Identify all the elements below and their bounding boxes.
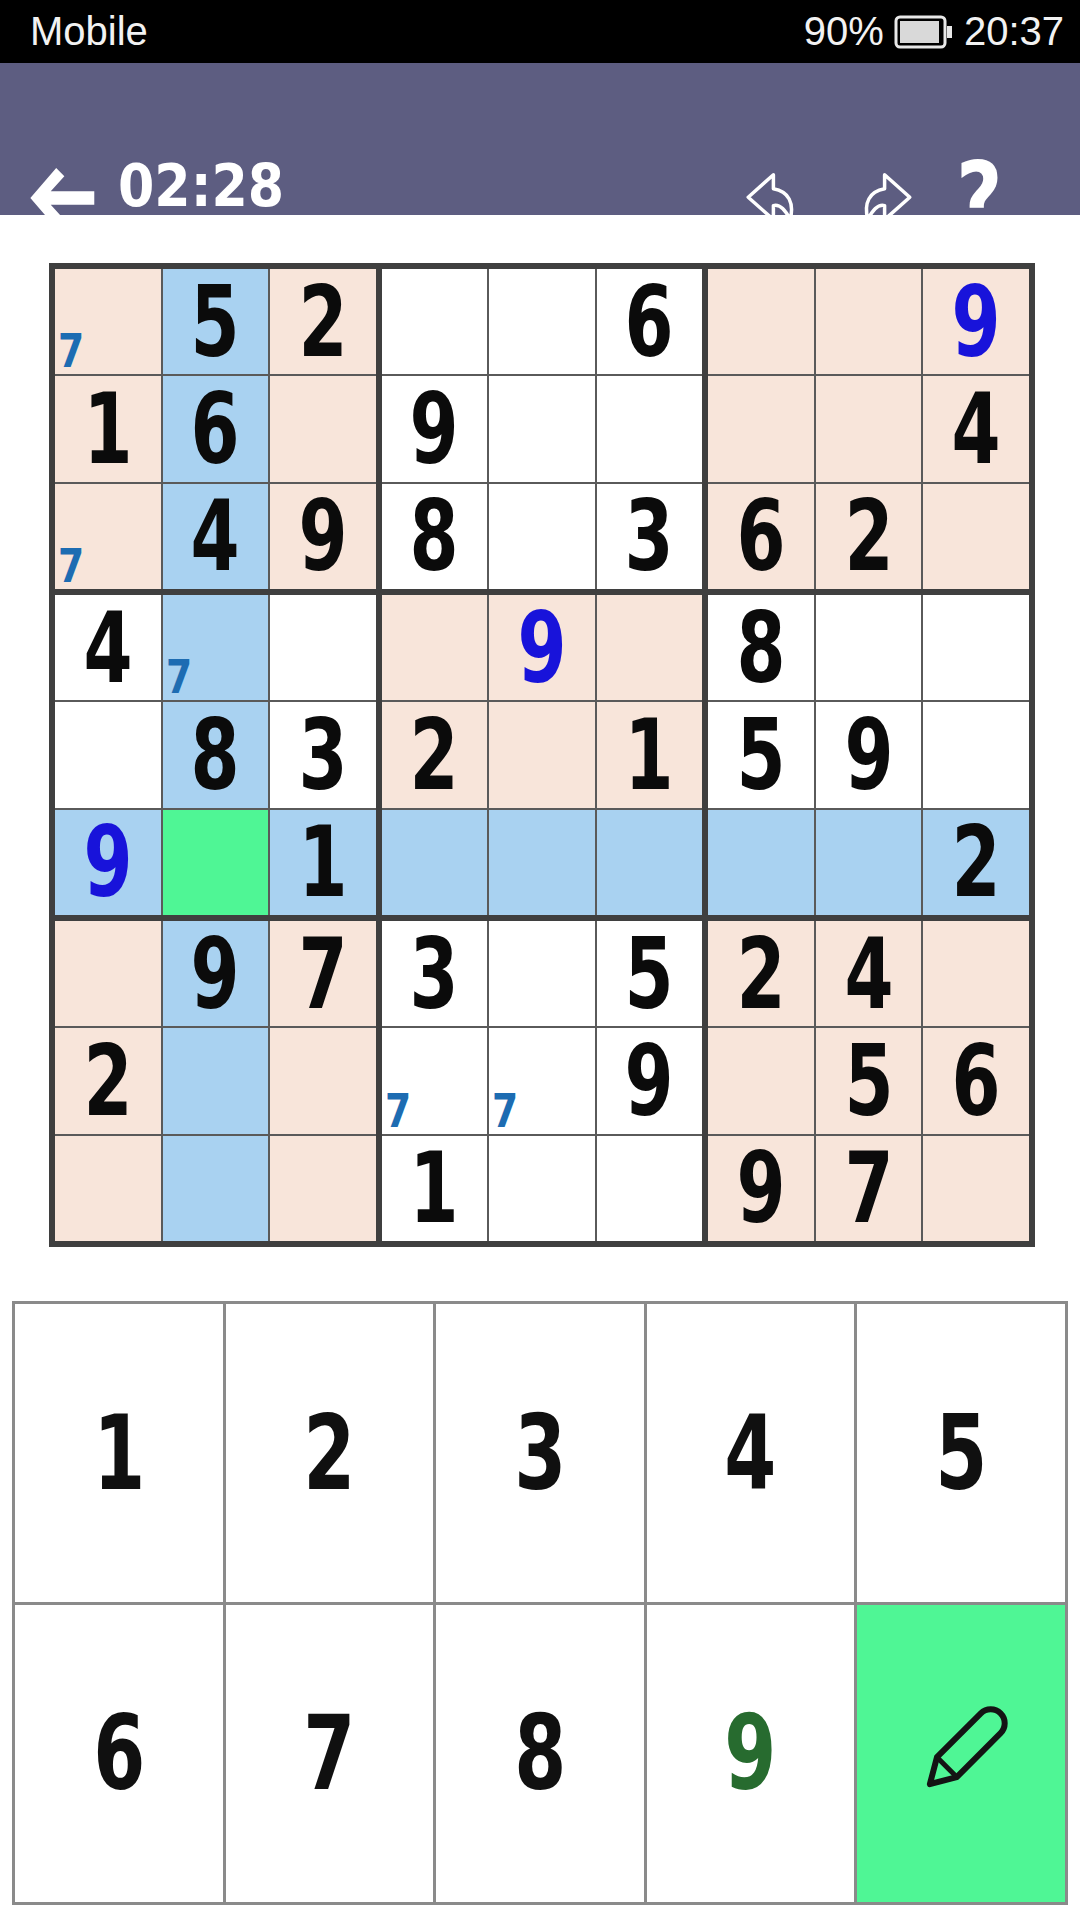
cell-r4c1[interactable]: 4 <box>55 595 161 700</box>
box-6: 8592 <box>708 595 1029 915</box>
cell-r1c5[interactable] <box>489 269 595 374</box>
given-digit: 6 <box>625 273 674 371</box>
carrier-label: Mobile <box>30 9 148 54</box>
cell-r3c2[interactable]: 4 <box>163 484 269 589</box>
given-digit: 5 <box>737 706 786 804</box>
given-digit: 3 <box>410 925 459 1023</box>
timer-label: 02:28 <box>118 157 284 215</box>
given-digit: 2 <box>737 925 786 1023</box>
key-label: 9 <box>725 1701 777 1805</box>
cell-r1c7[interactable] <box>708 269 814 374</box>
cell-r7c8[interactable]: 4 <box>816 921 922 1026</box>
pencil-mark: 7 <box>385 1087 411 1134</box>
cell-r2c3[interactable] <box>270 376 376 481</box>
given-digit: 1 <box>83 380 132 478</box>
cell-r2c4[interactable]: 9 <box>382 376 488 481</box>
cell-r8c6[interactable]: 9 <box>597 1028 703 1133</box>
cell-r4c6[interactable] <box>597 595 703 700</box>
cell-r8c2[interactable] <box>163 1028 269 1133</box>
key-label: 6 <box>93 1701 145 1805</box>
given-digit: 2 <box>844 487 893 585</box>
cell-r9c3[interactable] <box>270 1136 376 1241</box>
key-label: 8 <box>514 1701 566 1805</box>
box-5: 921 <box>382 595 703 915</box>
cell-r9c5[interactable] <box>489 1136 595 1241</box>
given-digit: 9 <box>625 1032 674 1130</box>
redo-icon[interactable] <box>851 162 921 238</box>
cell-r4c2[interactable]: 7 <box>163 595 269 700</box>
box-2: 6983 <box>382 269 703 589</box>
cell-r1c8[interactable] <box>816 269 922 374</box>
cell-r5c2[interactable]: 8 <box>163 702 269 807</box>
box-4: 478391 <box>55 595 376 915</box>
sudoku-board: 7521674969839462478391921859297235779124… <box>49 263 1035 1247</box>
given-digit: 4 <box>191 487 240 585</box>
cell-r8c7[interactable] <box>708 1028 814 1133</box>
box-8: 357791 <box>382 921 703 1241</box>
cell-r7c9[interactable] <box>923 921 1029 1026</box>
given-digit: 9 <box>844 706 893 804</box>
cell-r5c6[interactable]: 1 <box>597 702 703 807</box>
given-digit: 1 <box>410 1139 459 1237</box>
cell-r5c1[interactable] <box>55 702 161 807</box>
numpad-key-7[interactable]: 7 <box>226 1605 434 1903</box>
cell-r7c1[interactable] <box>55 921 161 1026</box>
numpad-key-8[interactable]: 8 <box>436 1605 644 1903</box>
box-7: 972 <box>55 921 376 1241</box>
cell-r9c9[interactable] <box>923 1136 1029 1241</box>
pencil-mark: 7 <box>492 1087 518 1134</box>
given-digit: 5 <box>191 273 240 371</box>
number-pad: 1 2 3 4 5 6 7 8 9 <box>12 1301 1068 1905</box>
cell-r5c5[interactable] <box>489 702 595 807</box>
given-digit: 6 <box>191 380 240 478</box>
given-digit: 3 <box>298 706 347 804</box>
cell-r8c8[interactable]: 5 <box>816 1028 922 1133</box>
given-digit: 5 <box>844 1032 893 1130</box>
cell-r9c7[interactable]: 9 <box>708 1136 814 1241</box>
given-digit: 7 <box>298 925 347 1023</box>
cell-r9c6[interactable] <box>597 1136 703 1241</box>
cell-r6c1[interactable]: 9 <box>55 810 161 915</box>
cell-r8c1[interactable]: 2 <box>55 1028 161 1133</box>
cell-r3c1[interactable]: 7 <box>55 484 161 589</box>
cell-r7c7[interactable]: 2 <box>708 921 814 1026</box>
cell-r6c2[interactable] <box>163 810 269 915</box>
cell-r2c8[interactable] <box>816 376 922 481</box>
given-digit: 8 <box>737 599 786 697</box>
cell-r2c5[interactable] <box>489 376 595 481</box>
cell-r9c1[interactable] <box>55 1136 161 1241</box>
cell-r8c3[interactable] <box>270 1028 376 1133</box>
numpad-key-5[interactable]: 5 <box>857 1304 1065 1602</box>
numpad-key-2[interactable]: 2 <box>226 1304 434 1602</box>
cell-r3c4[interactable]: 8 <box>382 484 488 589</box>
cell-r1c9[interactable]: 9 <box>923 269 1029 374</box>
cell-r7c6[interactable]: 5 <box>597 921 703 1026</box>
given-digit: 9 <box>410 380 459 478</box>
key-label: 1 <box>93 1401 145 1505</box>
cell-r2c6[interactable] <box>597 376 703 481</box>
back-arrow-icon[interactable] <box>26 164 100 232</box>
key-label: 2 <box>303 1401 355 1505</box>
user-digit: 9 <box>517 599 566 697</box>
cell-r3c7[interactable]: 6 <box>708 484 814 589</box>
given-digit: 8 <box>410 487 459 585</box>
given-digit: 1 <box>625 706 674 804</box>
given-digit: 4 <box>83 599 132 697</box>
cell-r7c5[interactable] <box>489 921 595 1026</box>
pencil-icon <box>891 1683 1031 1823</box>
box-1: 75216749 <box>55 269 376 589</box>
undo-icon[interactable] <box>737 162 807 238</box>
given-digit: 2 <box>83 1032 132 1130</box>
cell-r5c7[interactable]: 5 <box>708 702 814 807</box>
cell-r7c4[interactable]: 3 <box>382 921 488 1026</box>
battery-icon <box>894 14 954 50</box>
cell-r6c5[interactable] <box>489 810 595 915</box>
cell-r2c9[interactable]: 4 <box>923 376 1029 481</box>
numpad-key-pencil[interactable] <box>857 1605 1065 1903</box>
box-3: 9462 <box>708 269 1029 589</box>
given-digit: 9 <box>191 925 240 1023</box>
given-digit: 6 <box>952 1032 1001 1130</box>
cell-r4c8[interactable] <box>816 595 922 700</box>
cell-r4c3[interactable] <box>270 595 376 700</box>
cell-r3c3[interactable]: 9 <box>270 484 376 589</box>
cell-r1c1[interactable]: 7 <box>55 269 161 374</box>
user-digit: 9 <box>952 273 1001 371</box>
cell-r8c9[interactable]: 6 <box>923 1028 1029 1133</box>
cell-r2c7[interactable] <box>708 376 814 481</box>
cell-r8c5[interactable]: 7 <box>489 1028 595 1133</box>
numpad-key-9[interactable]: 9 <box>647 1605 855 1903</box>
clock: 20:37 <box>964 9 1064 54</box>
cell-r6c4[interactable] <box>382 810 488 915</box>
given-digit: 9 <box>298 487 347 585</box>
cell-r3c6[interactable]: 3 <box>597 484 703 589</box>
given-digit: 9 <box>737 1139 786 1237</box>
cell-r6c6[interactable] <box>597 810 703 915</box>
help-button[interactable]: ? <box>956 149 1003 247</box>
cell-r3c5[interactable] <box>489 484 595 589</box>
cell-r4c4[interactable] <box>382 595 488 700</box>
key-label: 5 <box>935 1401 987 1505</box>
cell-r3c8[interactable]: 2 <box>816 484 922 589</box>
cell-r5c3[interactable]: 3 <box>270 702 376 807</box>
pencil-mark: 7 <box>166 653 192 700</box>
cell-r2c1[interactable]: 1 <box>55 376 161 481</box>
cell-r1c2[interactable]: 5 <box>163 269 269 374</box>
numpad-key-4[interactable]: 4 <box>647 1304 855 1602</box>
cell-r6c9[interactable]: 2 <box>923 810 1029 915</box>
app-bar: 02:28 ? <box>0 63 1080 215</box>
cell-r1c6[interactable]: 6 <box>597 269 703 374</box>
cell-r4c9[interactable] <box>923 595 1029 700</box>
given-digit: 3 <box>625 487 674 585</box>
status-bar: Mobile 90% 20:37 <box>0 0 1080 63</box>
given-digit: 2 <box>298 273 347 371</box>
cell-r1c4[interactable] <box>382 269 488 374</box>
status-right-group: 90% 20:37 <box>804 0 1064 63</box>
given-digit: 1 <box>298 813 347 911</box>
key-label: 3 <box>514 1401 566 1505</box>
given-digit: 4 <box>952 380 1001 478</box>
numpad-key-1[interactable]: 1 <box>15 1304 223 1602</box>
cell-r7c2[interactable]: 9 <box>163 921 269 1026</box>
cell-r9c8[interactable]: 7 <box>816 1136 922 1241</box>
cell-r5c9[interactable] <box>923 702 1029 807</box>
cell-r6c7[interactable] <box>708 810 814 915</box>
cell-r5c4[interactable]: 2 <box>382 702 488 807</box>
box-9: 245697 <box>708 921 1029 1241</box>
cell-r7c3[interactable]: 7 <box>270 921 376 1026</box>
cell-r3c9[interactable] <box>923 484 1029 589</box>
cell-r4c7[interactable]: 8 <box>708 595 814 700</box>
given-digit: 2 <box>410 706 459 804</box>
given-digit: 2 <box>952 813 1001 911</box>
given-digit: 5 <box>625 925 674 1023</box>
pencil-mark: 7 <box>58 542 84 589</box>
given-digit: 4 <box>844 925 893 1023</box>
battery-percent: 90% <box>804 9 884 54</box>
cell-r6c3[interactable]: 1 <box>270 810 376 915</box>
cell-r5c8[interactable]: 9 <box>816 702 922 807</box>
cell-r2c2[interactable]: 6 <box>163 376 269 481</box>
screen: { "game": "sudoku", "position": ".52..6.… <box>0 0 1080 1920</box>
cell-r4c5[interactable]: 9 <box>489 595 595 700</box>
user-digit: 9 <box>83 813 132 911</box>
given-digit: 7 <box>844 1139 893 1237</box>
cell-r6c8[interactable] <box>816 810 922 915</box>
given-digit: 6 <box>737 487 786 585</box>
key-label: 7 <box>303 1701 355 1805</box>
cell-r1c3[interactable]: 2 <box>270 269 376 374</box>
key-label: 4 <box>725 1401 777 1505</box>
pencil-mark: 7 <box>58 327 84 374</box>
given-digit: 8 <box>191 706 240 804</box>
cell-r9c2[interactable] <box>163 1136 269 1241</box>
cell-r8c4[interactable]: 7 <box>382 1028 488 1133</box>
numpad-key-6[interactable]: 6 <box>15 1605 223 1903</box>
numpad-key-3[interactable]: 3 <box>436 1304 644 1602</box>
cell-r9c4[interactable]: 1 <box>382 1136 488 1241</box>
